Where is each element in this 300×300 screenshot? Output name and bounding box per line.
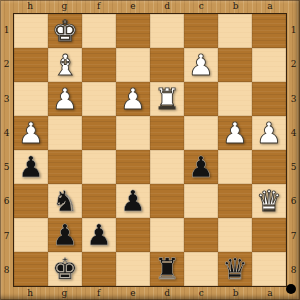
ranks-right-label: 6: [287, 184, 300, 218]
square-c3[interactable]: [184, 82, 218, 116]
files-bottom-label: c: [184, 287, 218, 300]
piece-white-king[interactable]: ♚: [52, 17, 78, 46]
square-f4[interactable]: [82, 116, 116, 150]
square-f2[interactable]: [82, 48, 116, 82]
square-b4[interactable]: ♟: [218, 116, 252, 150]
square-c7[interactable]: [184, 218, 218, 252]
square-h7[interactable]: [14, 218, 48, 252]
files-bottom-label: h: [13, 287, 47, 300]
square-f7[interactable]: ♟: [82, 218, 116, 252]
piece-white-pawn[interactable]: ♟: [18, 119, 44, 148]
file-labels-top: hgfedcba: [13, 0, 287, 13]
square-b5[interactable]: [218, 150, 252, 184]
rank-labels-right: 12345678: [287, 13, 300, 287]
square-b1[interactable]: [218, 14, 252, 48]
piece-white-pawn[interactable]: ♟: [52, 85, 78, 114]
ranks-right-label: 8: [287, 253, 300, 287]
square-f5[interactable]: [82, 150, 116, 184]
square-c8[interactable]: [184, 252, 218, 286]
ranks-right-label: 4: [287, 116, 300, 150]
square-d8[interactable]: ♜: [150, 252, 184, 286]
square-b3[interactable]: [218, 82, 252, 116]
square-b8[interactable]: ♛: [218, 252, 252, 286]
files-top-label: b: [219, 0, 253, 13]
square-g1[interactable]: ♚: [48, 14, 82, 48]
square-g4[interactable]: [48, 116, 82, 150]
files-top-label: a: [253, 0, 287, 13]
rank-labels-left: 12345678: [0, 13, 13, 287]
piece-white-rook[interactable]: ♜: [154, 85, 180, 114]
piece-white-pawn[interactable]: ♟: [256, 119, 282, 148]
square-h6[interactable]: [14, 184, 48, 218]
square-e7[interactable]: [116, 218, 150, 252]
square-g6[interactable]: ♞: [48, 184, 82, 218]
files-top-label: g: [47, 0, 81, 13]
square-b6[interactable]: [218, 184, 252, 218]
ranks-left-label: 3: [0, 82, 13, 116]
piece-black-rook[interactable]: ♜: [154, 255, 180, 284]
piece-black-pawn[interactable]: ♟: [188, 153, 214, 182]
square-b2[interactable]: [218, 48, 252, 82]
square-g5[interactable]: [48, 150, 82, 184]
square-g2[interactable]: ♝: [48, 48, 82, 82]
files-top-label: e: [116, 0, 150, 13]
ranks-left-label: 5: [0, 150, 13, 184]
square-d6[interactable]: [150, 184, 184, 218]
square-a7[interactable]: [252, 218, 286, 252]
square-f3[interactable]: [82, 82, 116, 116]
square-g8[interactable]: ♚: [48, 252, 82, 286]
piece-black-pawn[interactable]: ♟: [120, 187, 146, 216]
square-c2[interactable]: ♟: [184, 48, 218, 82]
square-c6[interactable]: [184, 184, 218, 218]
piece-white-pawn[interactable]: ♟: [222, 119, 248, 148]
square-c1[interactable]: [184, 14, 218, 48]
piece-white-queen[interactable]: ♛: [256, 187, 282, 216]
square-d5[interactable]: [150, 150, 184, 184]
square-e3[interactable]: ♟: [116, 82, 150, 116]
square-a2[interactable]: [252, 48, 286, 82]
square-f1[interactable]: [82, 14, 116, 48]
square-g3[interactable]: ♟: [48, 82, 82, 116]
ranks-left-label: 6: [0, 184, 13, 218]
files-top-label: d: [150, 0, 184, 13]
ranks-right-label: 5: [287, 150, 300, 184]
files-bottom-label: f: [82, 287, 116, 300]
square-d2[interactable]: [150, 48, 184, 82]
file-labels-bottom: hgfedcba: [13, 287, 287, 300]
piece-black-pawn[interactable]: ♟: [18, 153, 44, 182]
square-a1[interactable]: [252, 14, 286, 48]
piece-black-knight[interactable]: ♞: [52, 187, 78, 216]
ranks-right-label: 2: [287, 47, 300, 81]
square-a5[interactable]: [252, 150, 286, 184]
square-d3[interactable]: ♜: [150, 82, 184, 116]
square-h5[interactable]: ♟: [14, 150, 48, 184]
square-e1[interactable]: [116, 14, 150, 48]
square-h1[interactable]: [14, 14, 48, 48]
square-c4[interactable]: [184, 116, 218, 150]
piece-white-bishop[interactable]: ♝: [52, 51, 78, 80]
files-top-label: h: [13, 0, 47, 13]
square-g7[interactable]: ♟: [48, 218, 82, 252]
piece-white-pawn[interactable]: ♟: [120, 85, 146, 114]
files-top-label: c: [184, 0, 218, 13]
square-a3[interactable]: [252, 82, 286, 116]
ranks-left-label: 4: [0, 116, 13, 150]
ranks-left-label: 2: [0, 47, 13, 81]
piece-black-king[interactable]: ♚: [52, 255, 78, 284]
square-h2[interactable]: [14, 48, 48, 82]
files-bottom-label: e: [116, 287, 150, 300]
piece-black-pawn[interactable]: ♟: [52, 221, 78, 250]
files-top-label: f: [82, 0, 116, 13]
ranks-left-label: 8: [0, 253, 13, 287]
ranks-right-label: 3: [287, 82, 300, 116]
files-bottom-label: b: [219, 287, 253, 300]
files-bottom-label: a: [253, 287, 287, 300]
square-a8[interactable]: [252, 252, 286, 286]
square-f6[interactable]: [82, 184, 116, 218]
chess-board-widget: hgfedcba 12345678 12345678 hgfedcba ♚♝♟♟…: [0, 0, 300, 300]
square-d1[interactable]: [150, 14, 184, 48]
square-c5[interactable]: ♟: [184, 150, 218, 184]
square-h4[interactable]: ♟: [14, 116, 48, 150]
square-h8[interactable]: [14, 252, 48, 286]
black-to-move-indicator: [286, 284, 296, 294]
square-e8[interactable]: [116, 252, 150, 286]
square-e4[interactable]: [116, 116, 150, 150]
ranks-left-label: 7: [0, 219, 13, 253]
square-a6[interactable]: ♛: [252, 184, 286, 218]
files-bottom-label: g: [47, 287, 81, 300]
piece-white-pawn[interactable]: ♟: [188, 51, 214, 80]
square-h3[interactable]: [14, 82, 48, 116]
ranks-left-label: 1: [0, 13, 13, 47]
square-e2[interactable]: [116, 48, 150, 82]
piece-black-pawn[interactable]: ♟: [86, 221, 112, 250]
square-e5[interactable]: [116, 150, 150, 184]
square-a4[interactable]: ♟: [252, 116, 286, 150]
files-bottom-label: d: [150, 287, 184, 300]
square-f8[interactable]: [82, 252, 116, 286]
square-d7[interactable]: [150, 218, 184, 252]
square-d4[interactable]: [150, 116, 184, 150]
chessboard: ♚♝♟♟♟♜♟♟♟♟♟♞♟♛♟♟♚♜♛: [13, 13, 287, 287]
ranks-right-label: 7: [287, 219, 300, 253]
ranks-right-label: 1: [287, 13, 300, 47]
square-e6[interactable]: ♟: [116, 184, 150, 218]
piece-black-queen[interactable]: ♛: [222, 255, 248, 284]
square-b7[interactable]: [218, 218, 252, 252]
